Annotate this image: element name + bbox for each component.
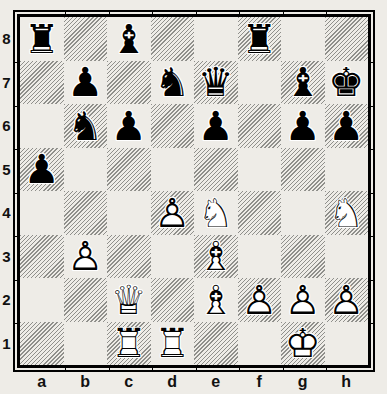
square-g1[interactable]: ♚♔ [281,322,325,366]
square-f5[interactable] [238,148,282,192]
square-e6[interactable]: ♟♟ [194,104,238,148]
square-h3[interactable] [325,235,369,279]
file-label-h: h [325,372,369,392]
square-c4[interactable] [107,191,151,235]
square-e3[interactable]: ♝♗ [194,235,238,279]
border-tick [13,280,20,281]
rank-label-8: 8 [0,17,13,61]
border-tick [13,62,20,63]
square-a4[interactable] [20,191,64,235]
rank-label-7: 7 [0,61,13,105]
square-g4[interactable] [281,191,325,235]
border-tick [368,106,375,107]
square-a2[interactable] [20,278,64,322]
square-b8[interactable] [64,17,108,61]
square-b1[interactable] [64,322,108,366]
square-b4[interactable] [64,191,108,235]
border-tick [368,62,375,63]
square-d2[interactable] [151,278,195,322]
file-label-g: g [281,372,325,392]
black-bishop[interactable]: ♝ [281,61,325,105]
black-rook[interactable]: ♜ [238,17,282,61]
square-a5[interactable]: ♟♟ [20,148,64,192]
white-rook[interactable]: ♖ [151,322,195,366]
square-e2[interactable]: ♝♗ [194,278,238,322]
square-d3[interactable] [151,235,195,279]
black-bishop[interactable]: ♝ [107,17,151,61]
square-h4[interactable]: ♞♘ [325,191,369,235]
white-knight[interactable]: ♘ [325,191,369,235]
white-king[interactable]: ♔ [281,322,325,366]
white-knight[interactable]: ♘ [194,191,238,235]
square-f8[interactable]: ♜♜ [238,17,282,61]
rank-label-3: 3 [0,235,13,279]
square-e1[interactable] [194,322,238,366]
border-tick [368,193,375,194]
border-tick [109,365,110,372]
square-f2[interactable]: ♟♙ [238,278,282,322]
square-a7[interactable] [20,61,64,105]
square-h8[interactable] [325,17,369,61]
square-e4[interactable]: ♞♘ [194,191,238,235]
border-tick [196,10,197,17]
square-c6[interactable]: ♟♟ [107,104,151,148]
square-h1[interactable] [325,322,369,366]
square-d8[interactable] [151,17,195,61]
chess-board: ♜♜♝♝♜♜♟♟♞♞♛♛♝♝♚♚♞♞♟♟♟♟♟♟♟♟♟♟♟♙♞♘♞♘♟♙♝♗♛♕… [13,10,375,372]
black-pawn[interactable]: ♟ [325,104,369,148]
file-label-d: d [151,372,195,392]
border-tick [13,149,20,150]
square-f3[interactable] [238,235,282,279]
square-d5[interactable] [151,148,195,192]
square-g7[interactable]: ♝♝ [281,61,325,105]
file-labels: abcdefgh [20,372,368,392]
square-d4[interactable]: ♟♙ [151,191,195,235]
chess-diagram: 87654321 ♜♜♝♝♜♜♟♟♞♞♛♛♝♝♚♚♞♞♟♟♟♟♟♟♟♟♟♟♟♙♞… [0,0,387,394]
border-tick [109,10,110,17]
square-c3[interactable] [107,235,151,279]
border-tick [239,10,240,17]
border-tick [239,365,240,372]
square-h5[interactable] [325,148,369,192]
rank-label-5: 5 [0,148,13,192]
square-c1[interactable]: ♜♖ [107,322,151,366]
white-bishop[interactable]: ♗ [194,235,238,279]
rank-labels: 87654321 [0,17,13,365]
white-bishop[interactable]: ♗ [194,278,238,322]
square-g2[interactable]: ♟♙ [281,278,325,322]
border-tick [152,10,153,17]
square-c7[interactable] [107,61,151,105]
square-d7[interactable]: ♞♞ [151,61,195,105]
white-pawn[interactable]: ♙ [281,278,325,322]
border-tick [196,365,197,372]
square-a6[interactable] [20,104,64,148]
border-tick [152,365,153,372]
black-pawn[interactable]: ♟ [107,104,151,148]
border-tick [65,365,66,372]
black-pawn[interactable]: ♟ [64,61,108,105]
rank-label-1: 1 [0,322,13,366]
white-pawn[interactable]: ♙ [325,278,369,322]
border-tick [368,323,375,324]
square-f6[interactable] [238,104,282,148]
square-g3[interactable] [281,235,325,279]
rank-label-6: 6 [0,104,13,148]
black-pawn[interactable]: ♟ [194,104,238,148]
file-label-f: f [238,372,282,392]
border-tick [326,365,327,372]
square-a3[interactable] [20,235,64,279]
black-rook[interactable]: ♜ [20,17,64,61]
square-g6[interactable]: ♟♟ [281,104,325,148]
white-pawn[interactable]: ♙ [64,235,108,279]
file-label-e: e [194,372,238,392]
board-inner-border: ♜♜♝♝♜♜♟♟♞♞♛♛♝♝♚♚♞♞♟♟♟♟♟♟♟♟♟♟♟♙♞♘♞♘♟♙♝♗♛♕… [17,14,371,368]
square-g5[interactable] [281,148,325,192]
square-b7[interactable]: ♟♟ [64,61,108,105]
square-h2[interactable]: ♟♙ [325,278,369,322]
black-pawn[interactable]: ♟ [20,148,64,192]
square-e7[interactable]: ♛♛ [194,61,238,105]
square-e5[interactable] [194,148,238,192]
black-pawn[interactable]: ♟ [281,104,325,148]
rank-label-2: 2 [0,278,13,322]
square-f1[interactable] [238,322,282,366]
square-f4[interactable] [238,191,282,235]
square-b5[interactable] [64,148,108,192]
border-tick [368,280,375,281]
white-queen[interactable]: ♕ [107,278,151,322]
rank-label-4: 4 [0,191,13,235]
border-tick [368,149,375,150]
square-h7[interactable]: ♚♚ [325,61,369,105]
square-f7[interactable] [238,61,282,105]
border-tick [368,236,375,237]
board-grid: ♜♜♝♝♜♜♟♟♞♞♛♛♝♝♚♚♞♞♟♟♟♟♟♟♟♟♟♟♟♙♞♘♞♘♟♙♝♗♛♕… [20,17,368,365]
border-tick [13,236,20,237]
border-tick [13,193,20,194]
square-d6[interactable] [151,104,195,148]
border-tick [283,365,284,372]
white-pawn[interactable]: ♙ [238,278,282,322]
square-d1[interactable]: ♜♖ [151,322,195,366]
square-c8[interactable]: ♝♝ [107,17,151,61]
black-knight[interactable]: ♞ [151,61,195,105]
square-b2[interactable] [64,278,108,322]
square-a1[interactable] [20,322,64,366]
square-b6[interactable]: ♞♞ [64,104,108,148]
black-queen[interactable]: ♛ [194,61,238,105]
border-tick [326,10,327,17]
border-tick [65,10,66,17]
square-a8[interactable]: ♜♜ [20,17,64,61]
black-king[interactable]: ♚ [325,61,369,105]
square-h6[interactable]: ♟♟ [325,104,369,148]
square-c2[interactable]: ♛♕ [107,278,151,322]
white-rook[interactable]: ♖ [107,322,151,366]
square-g8[interactable] [281,17,325,61]
border-tick [13,323,20,324]
border-tick [283,10,284,17]
black-knight[interactable]: ♞ [64,104,108,148]
file-label-c: c [107,372,151,392]
border-tick [13,106,20,107]
square-e8[interactable] [194,17,238,61]
white-pawn[interactable]: ♙ [151,191,195,235]
square-c5[interactable] [107,148,151,192]
square-b3[interactable]: ♟♙ [64,235,108,279]
file-label-b: b [64,372,108,392]
file-label-a: a [20,372,64,392]
